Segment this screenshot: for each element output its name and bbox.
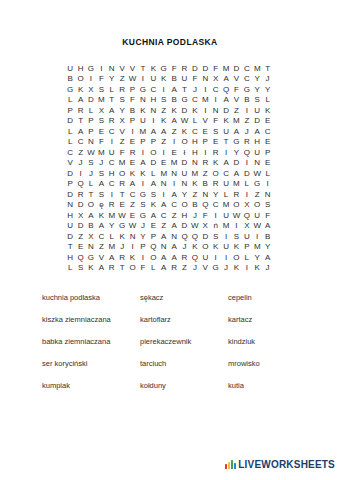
grid-cell[interactable]: N xyxy=(252,158,262,169)
grid-cell[interactable]: F xyxy=(262,210,272,221)
grid-cell[interactable]: K xyxy=(159,116,169,127)
grid-cell[interactable]: G xyxy=(159,63,169,74)
grid-cell[interactable]: Z xyxy=(252,189,262,200)
grid-cell[interactable]: O xyxy=(148,147,158,158)
grid-cell[interactable]: ń xyxy=(210,221,220,232)
grid-cell[interactable]: S xyxy=(138,200,148,211)
grid-cell[interactable]: U xyxy=(221,210,231,221)
grid-cell[interactable]: E xyxy=(127,158,137,169)
grid-cell[interactable]: L xyxy=(65,137,75,148)
grid-cell[interactable]: U xyxy=(242,231,252,242)
grid-cell[interactable]: I xyxy=(127,126,137,137)
grid-cell[interactable]: Z xyxy=(127,200,137,211)
grid-cell[interactable]: S xyxy=(96,189,106,200)
grid-cell[interactable]: L xyxy=(262,168,272,179)
grid-cell[interactable]: Q xyxy=(200,200,210,211)
grid-cell[interactable]: A xyxy=(148,179,158,190)
grid-cell[interactable]: N xyxy=(107,63,117,74)
grid-cell[interactable]: D xyxy=(65,189,75,200)
grid-cell[interactable]: I xyxy=(262,179,272,190)
grid-cell[interactable]: A xyxy=(262,252,272,263)
grid-cell[interactable]: N xyxy=(86,137,96,148)
grid-cell[interactable]: I xyxy=(200,84,210,95)
grid-cell[interactable]: N xyxy=(200,189,210,200)
grid-cell[interactable]: D xyxy=(75,200,85,211)
grid-cell[interactable]: O xyxy=(231,252,241,263)
grid-cell[interactable]: I xyxy=(242,158,252,169)
grid-cell[interactable]: G xyxy=(65,84,75,95)
grid-cell[interactable]: C xyxy=(262,126,272,137)
grid-cell[interactable]: P xyxy=(127,116,137,127)
grid-cell[interactable]: U xyxy=(138,116,148,127)
grid-cell[interactable]: I xyxy=(242,105,252,116)
grid-cell[interactable]: A xyxy=(231,126,241,137)
grid-cell[interactable]: W xyxy=(190,221,200,232)
grid-cell[interactable]: R xyxy=(210,147,220,158)
grid-cell[interactable]: V xyxy=(200,263,210,274)
grid-cell[interactable]: W xyxy=(127,74,137,85)
grid-cell[interactable]: S xyxy=(148,189,158,200)
grid-cell[interactable]: H xyxy=(179,210,189,221)
grid-cell[interactable]: G xyxy=(242,84,252,95)
grid-cell[interactable]: A xyxy=(159,126,169,137)
grid-cell[interactable]: F xyxy=(96,74,106,85)
grid-cell[interactable]: G xyxy=(138,189,148,200)
grid-cell[interactable]: S xyxy=(159,95,169,106)
grid-cell[interactable]: Q xyxy=(190,231,200,242)
grid-cell[interactable]: L xyxy=(190,116,200,127)
grid-cell[interactable]: T xyxy=(117,263,127,274)
grid-cell[interactable]: N xyxy=(159,242,169,253)
grid-cell[interactable]: V xyxy=(127,63,137,74)
grid-cell[interactable]: G xyxy=(117,221,127,232)
grid-cell[interactable]: I xyxy=(138,179,148,190)
grid-cell[interactable]: X xyxy=(210,74,220,85)
grid-cell[interactable]: M xyxy=(252,242,262,253)
grid-cell[interactable]: W xyxy=(252,168,262,179)
grid-cell[interactable]: G xyxy=(231,137,241,148)
grid-cell[interactable]: Z xyxy=(159,221,169,232)
grid-cell[interactable]: A xyxy=(107,105,117,116)
grid-cell[interactable]: X xyxy=(86,84,96,95)
grid-cell[interactable]: I xyxy=(138,252,148,263)
grid-cell[interactable]: Z xyxy=(96,242,106,253)
grid-cell[interactable]: A xyxy=(127,179,137,190)
grid-cell[interactable]: A xyxy=(159,263,169,274)
grid-cell[interactable]: V xyxy=(117,126,127,137)
grid-cell[interactable]: D xyxy=(200,231,210,242)
grid-cell[interactable]: V xyxy=(200,116,210,127)
grid-cell[interactable]: Z xyxy=(169,210,179,221)
grid-cell[interactable]: J xyxy=(190,210,200,221)
grid-cell[interactable]: I xyxy=(169,179,179,190)
grid-cell[interactable]: A xyxy=(86,210,96,221)
grid-cell[interactable]: F xyxy=(138,263,148,274)
grid-cell[interactable]: X xyxy=(242,221,252,232)
grid-cell[interactable]: L xyxy=(86,105,96,116)
grid-cell[interactable]: E xyxy=(262,137,272,148)
grid-cell[interactable]: C xyxy=(65,147,75,158)
grid-cell[interactable]: B xyxy=(169,74,179,85)
grid-cell[interactable]: N xyxy=(148,105,158,116)
grid-cell[interactable]: I xyxy=(221,252,231,263)
grid-cell[interactable]: V xyxy=(231,95,241,106)
grid-cell[interactable]: K xyxy=(179,126,189,137)
grid-cell[interactable]: I xyxy=(169,137,179,148)
grid-cell[interactable]: I xyxy=(221,231,231,242)
grid-cell[interactable]: A xyxy=(159,252,169,263)
grid-cell[interactable]: N xyxy=(169,168,179,179)
grid-cell[interactable]: R xyxy=(200,158,210,169)
grid-cell[interactable]: Z xyxy=(231,105,241,116)
grid-cell[interactable]: M xyxy=(107,242,117,253)
grid-cell[interactable]: T xyxy=(117,189,127,200)
grid-cell[interactable]: K xyxy=(127,252,137,263)
grid-cell[interactable]: K xyxy=(190,179,200,190)
grid-cell[interactable]: Z xyxy=(200,168,210,179)
grid-cell[interactable]: H xyxy=(190,147,200,158)
grid-cell[interactable]: C xyxy=(96,231,106,242)
grid-cell[interactable]: R xyxy=(210,179,220,190)
grid-cell[interactable]: K xyxy=(138,168,148,179)
grid-cell[interactable]: K xyxy=(231,242,241,253)
grid-cell[interactable]: O xyxy=(127,263,137,274)
grid-cell[interactable]: M xyxy=(96,95,106,106)
grid-cell[interactable]: C xyxy=(221,168,231,179)
grid-cell[interactable]: S xyxy=(96,84,106,95)
grid-cell[interactable]: A xyxy=(221,95,231,106)
grid-cell[interactable]: W xyxy=(127,221,137,232)
grid-cell[interactable]: W xyxy=(117,210,127,221)
grid-cell[interactable]: A xyxy=(148,126,158,137)
grid-cell[interactable]: Q xyxy=(190,252,200,263)
grid-cell[interactable]: N xyxy=(159,179,169,190)
grid-cell[interactable]: Y xyxy=(262,242,272,253)
grid-cell[interactable]: K xyxy=(138,105,148,116)
grid-cell[interactable]: E xyxy=(117,200,127,211)
grid-cell[interactable]: P xyxy=(148,137,158,148)
grid-cell[interactable]: C xyxy=(107,179,117,190)
liveworksheets-brand[interactable]: LIVEWORKSHEETS xyxy=(238,459,335,470)
grid-cell[interactable]: M xyxy=(252,63,262,74)
grid-cell[interactable]: R xyxy=(231,189,241,200)
grid-cell[interactable]: D xyxy=(231,63,241,74)
grid-cell[interactable]: F xyxy=(117,147,127,158)
grid-cell[interactable]: A xyxy=(159,200,169,211)
grid-cell[interactable]: H xyxy=(65,210,75,221)
grid-cell[interactable]: E xyxy=(169,147,179,158)
grid-cell[interactable]: D xyxy=(200,63,210,74)
grid-cell[interactable]: J xyxy=(262,263,272,274)
grid-cell[interactable]: Z xyxy=(159,105,169,116)
grid-cell[interactable]: C xyxy=(169,200,179,211)
grid-cell[interactable]: I xyxy=(200,105,210,116)
grid-cell[interactable]: P xyxy=(262,147,272,158)
grid-cell[interactable]: H xyxy=(107,168,117,179)
grid-cell[interactable]: C xyxy=(190,95,200,106)
grid-cell[interactable]: S xyxy=(117,95,127,106)
grid-cell[interactable]: U xyxy=(65,221,75,232)
grid-cell[interactable]: ę xyxy=(96,200,106,211)
grid-cell[interactable]: T xyxy=(86,189,96,200)
grid-cell[interactable]: V xyxy=(117,63,127,74)
grid-cell[interactable]: G xyxy=(138,210,148,221)
grid-cell[interactable]: D xyxy=(242,168,252,179)
grid-cell[interactable]: F xyxy=(127,95,137,106)
grid-cell[interactable]: M xyxy=(200,95,210,106)
grid-cell[interactable]: L xyxy=(107,231,117,242)
grid-cell[interactable]: M xyxy=(159,168,169,179)
grid-cell[interactable]: Q xyxy=(242,210,252,221)
grid-cell[interactable]: O xyxy=(179,200,189,211)
grid-cell[interactable]: N xyxy=(65,200,75,211)
grid-cell[interactable]: N xyxy=(86,242,96,253)
grid-cell[interactable]: B xyxy=(200,179,210,190)
grid-cell[interactable]: O xyxy=(86,200,96,211)
grid-cell[interactable]: Y xyxy=(262,84,272,95)
grid-cell[interactable]: U xyxy=(221,242,231,253)
grid-cell[interactable]: J xyxy=(117,242,127,253)
grid-cell[interactable]: G xyxy=(252,179,262,190)
grid-cell[interactable]: C xyxy=(210,200,220,211)
grid-cell[interactable]: M xyxy=(169,158,179,169)
grid-cell[interactable]: Y xyxy=(117,105,127,116)
grid-cell[interactable]: M xyxy=(96,147,106,158)
grid-cell[interactable]: R xyxy=(179,63,189,74)
grid-cell[interactable]: E xyxy=(127,210,137,221)
grid-cell[interactable]: C xyxy=(159,210,169,221)
grid-cell[interactable]: C xyxy=(210,84,220,95)
grid-cell[interactable]: K xyxy=(190,105,200,116)
grid-cell[interactable]: E xyxy=(262,116,272,127)
grid-cell[interactable]: B xyxy=(127,105,137,116)
grid-cell[interactable]: A xyxy=(75,126,85,137)
grid-cell[interactable]: L xyxy=(221,189,231,200)
grid-cell[interactable]: V xyxy=(65,158,75,169)
grid-cell[interactable]: Y xyxy=(107,221,117,232)
grid-cell[interactable]: D xyxy=(252,116,262,127)
grid-cell[interactable]: I xyxy=(148,116,158,127)
grid-cell[interactable]: K xyxy=(210,242,220,253)
grid-cell[interactable]: Z xyxy=(179,263,189,274)
grid-cell[interactable]: S xyxy=(96,168,106,179)
grid-cell[interactable]: C xyxy=(127,189,137,200)
grid-cell[interactable]: T xyxy=(75,116,85,127)
grid-cell[interactable]: P xyxy=(65,105,75,116)
grid-cell[interactable]: W xyxy=(179,116,189,127)
grid-cell[interactable]: Q xyxy=(148,242,158,253)
grid-cell[interactable]: B xyxy=(169,95,179,106)
grid-cell[interactable]: N xyxy=(179,179,189,190)
grid-cell[interactable]: A xyxy=(169,252,179,263)
grid-cell[interactable]: E xyxy=(75,242,85,253)
grid-cell[interactable]: T xyxy=(221,137,231,148)
grid-cell[interactable]: P xyxy=(138,137,148,148)
grid-cell[interactable]: J xyxy=(96,158,106,169)
grid-cell[interactable]: L xyxy=(65,263,75,274)
grid-cell[interactable]: O xyxy=(210,168,220,179)
grid-cell[interactable]: U xyxy=(107,147,117,158)
grid-cell[interactable]: Y xyxy=(252,74,262,85)
grid-cell[interactable]: D xyxy=(179,105,189,116)
grid-cell[interactable]: V xyxy=(96,252,106,263)
grid-cell[interactable]: P xyxy=(242,242,252,253)
grid-cell[interactable]: L xyxy=(86,179,96,190)
grid-cell[interactable]: R xyxy=(107,116,117,127)
grid-cell[interactable]: E xyxy=(200,126,210,137)
grid-cell[interactable]: I xyxy=(107,189,117,200)
grid-cell[interactable]: O xyxy=(179,137,189,148)
grid-cell[interactable]: J xyxy=(221,263,231,274)
grid-cell[interactable]: Z xyxy=(75,231,85,242)
grid-cell[interactable]: I xyxy=(242,263,252,274)
grid-cell[interactable]: L xyxy=(242,179,252,190)
grid-cell[interactable]: R xyxy=(107,263,117,274)
grid-cell[interactable]: K xyxy=(75,84,85,95)
grid-cell[interactable]: K xyxy=(190,242,200,253)
grid-cell[interactable]: C xyxy=(107,126,117,137)
grid-cell[interactable]: I xyxy=(75,168,85,179)
grid-cell[interactable]: D xyxy=(75,221,85,232)
grid-cell[interactable]: M xyxy=(231,179,241,190)
grid-cell[interactable]: G xyxy=(210,263,220,274)
grid-cell[interactable]: Y xyxy=(179,189,189,200)
grid-cell[interactable]: E xyxy=(159,158,169,169)
grid-cell[interactable]: I xyxy=(159,189,169,200)
grid-cell[interactable]: I xyxy=(221,147,231,158)
grid-cell[interactable]: D xyxy=(179,158,189,169)
grid-cell[interactable]: A xyxy=(107,252,117,263)
grid-cell[interactable]: F xyxy=(210,63,220,74)
grid-cell[interactable]: Q xyxy=(75,252,85,263)
grid-cell[interactable]: O xyxy=(200,242,210,253)
grid-cell[interactable]: Z xyxy=(117,137,127,148)
grid-cell[interactable]: B xyxy=(190,200,200,211)
grid-cell[interactable]: S xyxy=(210,231,220,242)
grid-cell[interactable]: J xyxy=(86,168,96,179)
grid-cell[interactable]: K xyxy=(159,74,169,85)
grid-cell[interactable]: K xyxy=(86,263,96,274)
grid-cell[interactable]: I xyxy=(127,242,137,253)
grid-cell[interactable]: P xyxy=(86,116,96,127)
grid-cell[interactable]: J xyxy=(138,221,148,232)
grid-cell[interactable]: S xyxy=(262,200,272,211)
grid-cell[interactable]: A xyxy=(159,231,169,242)
grid-cell[interactable]: K xyxy=(210,158,220,169)
grid-cell[interactable]: L xyxy=(242,252,252,263)
grid-cell[interactable]: I xyxy=(200,147,210,158)
grid-cell[interactable]: O xyxy=(75,74,85,85)
grid-cell[interactable]: N xyxy=(169,231,179,242)
grid-cell[interactable]: D xyxy=(65,168,75,179)
grid-cell[interactable]: R xyxy=(75,105,85,116)
grid-cell[interactable]: S xyxy=(210,126,220,137)
grid-cell[interactable]: A xyxy=(169,242,179,253)
grid-cell[interactable]: Z xyxy=(75,147,85,158)
grid-cell[interactable]: N xyxy=(138,95,148,106)
grid-cell[interactable]: A xyxy=(148,210,158,221)
grid-cell[interactable]: F xyxy=(169,63,179,74)
grid-cell[interactable]: D xyxy=(65,116,75,127)
grid-cell[interactable]: I xyxy=(210,210,220,221)
grid-cell[interactable]: W xyxy=(86,147,96,158)
grid-cell[interactable]: X xyxy=(75,210,85,221)
grid-cell[interactable]: P xyxy=(127,84,137,95)
grid-cell[interactable]: N xyxy=(190,158,200,169)
grid-cell[interactable]: Q xyxy=(221,84,231,95)
grid-cell[interactable]: Z xyxy=(117,74,127,85)
grid-cell[interactable]: Y xyxy=(107,74,117,85)
grid-cell[interactable]: Z xyxy=(190,189,200,200)
grid-cell[interactable]: J xyxy=(75,158,85,169)
grid-cell[interactable]: T xyxy=(138,63,148,74)
grid-cell[interactable]: O xyxy=(252,200,262,211)
grid-cell[interactable]: N xyxy=(200,74,210,85)
grid-cell[interactable]: P xyxy=(148,231,158,242)
grid-cell[interactable]: R xyxy=(179,252,189,263)
grid-cell[interactable]: R xyxy=(117,84,127,95)
grid-cell[interactable]: I xyxy=(138,74,148,85)
grid-cell[interactable]: M xyxy=(107,210,117,221)
grid-cell[interactable]: J xyxy=(179,242,189,253)
grid-cell[interactable]: B xyxy=(86,221,96,232)
grid-cell[interactable]: O xyxy=(148,252,158,263)
grid-cell[interactable]: P xyxy=(86,126,96,137)
grid-cell[interactable]: G xyxy=(86,63,96,74)
grid-cell[interactable]: U xyxy=(179,168,189,179)
grid-cell[interactable]: U xyxy=(252,210,262,221)
grid-cell[interactable]: I xyxy=(159,147,169,158)
grid-cell[interactable]: A xyxy=(169,84,179,95)
grid-cell[interactable]: I xyxy=(252,231,262,242)
grid-cell[interactable]: G xyxy=(179,95,189,106)
grid-cell[interactable]: N xyxy=(210,105,220,116)
grid-cell[interactable]: A xyxy=(96,263,106,274)
grid-cell[interactable]: Q xyxy=(179,231,189,242)
grid-cell[interactable]: K xyxy=(252,263,262,274)
grid-cell[interactable]: M xyxy=(221,63,231,74)
grid-cell[interactable]: U xyxy=(65,63,75,74)
grid-cell[interactable]: S xyxy=(231,231,241,242)
grid-cell[interactable]: R xyxy=(75,189,85,200)
grid-cell[interactable]: D xyxy=(86,95,96,106)
grid-cell[interactable]: T xyxy=(65,242,75,253)
grid-cell[interactable]: T xyxy=(179,84,189,95)
grid-cell[interactable]: R xyxy=(107,200,117,211)
grid-cell[interactable]: L xyxy=(148,168,158,179)
grid-cell[interactable]: I xyxy=(86,74,96,85)
grid-cell[interactable]: L xyxy=(65,95,75,106)
grid-cell[interactable]: K xyxy=(231,263,241,274)
grid-cell[interactable]: J xyxy=(262,74,272,85)
grid-cell[interactable]: D xyxy=(190,63,200,74)
grid-cell[interactable]: E xyxy=(210,137,220,148)
grid-cell[interactable]: B xyxy=(262,231,272,242)
grid-cell[interactable]: X xyxy=(200,221,210,232)
grid-cell[interactable]: D xyxy=(179,221,189,232)
grid-cell[interactable]: T xyxy=(107,95,117,106)
grid-cell[interactable]: R xyxy=(169,263,179,274)
grid-cell[interactable]: X xyxy=(117,116,127,127)
grid-cell[interactable]: J xyxy=(242,126,252,137)
grid-cell[interactable]: H xyxy=(65,252,75,263)
grid-cell[interactable]: J xyxy=(190,263,200,274)
grid-cell[interactable]: U xyxy=(221,126,231,137)
grid-cell[interactable]: R xyxy=(127,147,137,158)
grid-cell[interactable]: F xyxy=(96,137,106,148)
grid-cell[interactable]: C xyxy=(242,74,252,85)
grid-cell[interactable]: S xyxy=(252,95,262,106)
